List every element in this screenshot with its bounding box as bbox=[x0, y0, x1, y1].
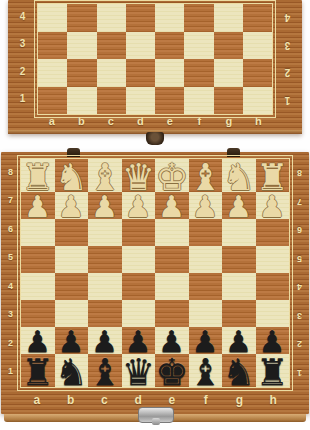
rank-label: 1 bbox=[273, 86, 302, 114]
lid-square[interactable] bbox=[243, 87, 272, 115]
board-square[interactable] bbox=[256, 300, 290, 327]
file-label: h bbox=[244, 112, 274, 130]
board-square[interactable] bbox=[122, 300, 156, 327]
lid-square[interactable] bbox=[155, 4, 184, 32]
board-square[interactable]: ♟ bbox=[222, 192, 256, 219]
rank-label: 1 bbox=[290, 358, 309, 387]
lid-square[interactable] bbox=[38, 87, 67, 115]
board-square[interactable] bbox=[55, 300, 89, 327]
board-square[interactable]: ♚ bbox=[155, 159, 189, 192]
lid-rank-labels-left: 4321 bbox=[8, 3, 37, 113]
file-label: d bbox=[126, 112, 156, 130]
lid-square[interactable] bbox=[184, 87, 213, 115]
file-label: a bbox=[37, 112, 67, 130]
file-label: f bbox=[185, 112, 215, 130]
lid-square[interactable] bbox=[126, 4, 155, 32]
board-square[interactable] bbox=[189, 246, 223, 273]
lid-square[interactable] bbox=[97, 4, 126, 32]
board-square[interactable]: ♜ bbox=[256, 354, 290, 387]
rank-label: 4 bbox=[273, 3, 302, 31]
board-square[interactable] bbox=[256, 246, 290, 273]
board-square[interactable] bbox=[21, 300, 55, 327]
rank-label: 6 bbox=[290, 215, 309, 244]
rank-label: 6 bbox=[1, 215, 20, 244]
white-pawn[interactable]: ♟ bbox=[24, 192, 51, 222]
closed-board-lid: 4321 4321 abcdefgh bbox=[8, 0, 302, 134]
lid-square[interactable] bbox=[184, 59, 213, 87]
board-square[interactable]: ♞ bbox=[55, 354, 89, 387]
white-pawn[interactable]: ♟ bbox=[58, 192, 85, 222]
board-square[interactable]: ♛ bbox=[122, 159, 156, 192]
lid-square[interactable] bbox=[97, 87, 126, 115]
board-square[interactable]: ♟ bbox=[189, 327, 223, 354]
black-bishop[interactable]: ♝ bbox=[88, 354, 121, 391]
board-square[interactable]: ♝ bbox=[88, 159, 122, 192]
board-rank-labels-right: 87654321 bbox=[290, 158, 309, 386]
board-square[interactable] bbox=[55, 246, 89, 273]
board-square[interactable] bbox=[256, 273, 290, 300]
file-label: e bbox=[155, 112, 185, 130]
rank-label: 3 bbox=[273, 31, 302, 59]
board-square[interactable]: ♞ bbox=[55, 159, 89, 192]
lid-square[interactable] bbox=[214, 59, 243, 87]
white-pawn[interactable]: ♟ bbox=[125, 192, 152, 222]
lid-square[interactable] bbox=[38, 59, 67, 87]
board-square[interactable]: ♜ bbox=[21, 159, 55, 192]
black-knight[interactable]: ♞ bbox=[55, 354, 88, 391]
board-square[interactable]: ♟ bbox=[55, 192, 89, 219]
metal-latch-icon bbox=[138, 407, 174, 423]
lid-square[interactable] bbox=[67, 4, 96, 32]
lid-square[interactable] bbox=[126, 32, 155, 60]
rank-label: 4 bbox=[290, 272, 309, 301]
board-square[interactable] bbox=[88, 300, 122, 327]
board-rank-labels-left: 87654321 bbox=[1, 158, 20, 386]
rank-label: 7 bbox=[290, 187, 309, 216]
board-square[interactable]: ♜ bbox=[256, 159, 290, 192]
lid-square[interactable] bbox=[243, 59, 272, 87]
chess-set-product-photo: 4321 4321 abcdefgh 87654321 ♜♞♝♛♚♝♞♜♟♟♟♟… bbox=[0, 0, 310, 430]
lid-square[interactable] bbox=[97, 59, 126, 87]
board-square[interactable]: ♞ bbox=[222, 354, 256, 387]
open-chess-board: 87654321 ♜♞♝♛♚♝♞♜♟♟♟♟♟♟♟♟♟♟♟♟♟♟♟♟♜♞♝♛♚♝♞… bbox=[1, 152, 309, 414]
board-square[interactable]: ♟ bbox=[122, 192, 156, 219]
lid-square[interactable] bbox=[67, 87, 96, 115]
board-square[interactable] bbox=[122, 273, 156, 300]
rank-label: 1 bbox=[8, 86, 37, 114]
board-square[interactable]: ♝ bbox=[189, 159, 223, 192]
white-pawn[interactable]: ♟ bbox=[259, 192, 286, 222]
lid-square[interactable] bbox=[243, 4, 272, 32]
rank-label: 5 bbox=[290, 244, 309, 273]
board-square[interactable] bbox=[155, 300, 189, 327]
lid-square[interactable] bbox=[214, 32, 243, 60]
white-pawn[interactable]: ♟ bbox=[91, 192, 118, 222]
board-square[interactable]: ♟ bbox=[122, 327, 156, 354]
board-square[interactable] bbox=[55, 273, 89, 300]
lid-square[interactable] bbox=[38, 32, 67, 60]
board-square[interactable] bbox=[155, 246, 189, 273]
board-square[interactable]: ♞ bbox=[222, 159, 256, 192]
rank-label: 2 bbox=[290, 329, 309, 358]
black-queen[interactable]: ♛ bbox=[122, 354, 155, 391]
white-pawn[interactable]: ♟ bbox=[158, 192, 185, 222]
board-square[interactable] bbox=[222, 300, 256, 327]
white-pawn[interactable]: ♟ bbox=[225, 192, 252, 222]
board-square[interactable] bbox=[222, 246, 256, 273]
lid-square[interactable] bbox=[155, 32, 184, 60]
black-rook[interactable]: ♜ bbox=[21, 354, 54, 391]
black-knight[interactable]: ♞ bbox=[222, 354, 255, 391]
board-square[interactable] bbox=[189, 273, 223, 300]
board-square[interactable]: ♚ bbox=[155, 354, 189, 387]
black-rook[interactable]: ♜ bbox=[256, 354, 289, 391]
rank-label: 4 bbox=[8, 3, 37, 31]
rank-label: 7 bbox=[1, 187, 20, 216]
rank-label: 8 bbox=[290, 158, 309, 187]
file-label: c bbox=[96, 112, 126, 130]
board-square[interactable]: ♟ bbox=[55, 327, 89, 354]
lid-square[interactable] bbox=[184, 4, 213, 32]
rank-label: 2 bbox=[1, 329, 20, 358]
file-label: b bbox=[67, 112, 97, 130]
board-square[interactable] bbox=[88, 246, 122, 273]
black-king[interactable]: ♚ bbox=[155, 354, 188, 391]
rank-label: 2 bbox=[273, 58, 302, 86]
board-square[interactable]: ♟ bbox=[189, 192, 223, 219]
board-square[interactable]: ♟ bbox=[155, 327, 189, 354]
board-square[interactable] bbox=[122, 246, 156, 273]
board-square[interactable] bbox=[155, 273, 189, 300]
lid-square[interactable] bbox=[126, 87, 155, 115]
lid-square[interactable] bbox=[243, 32, 272, 60]
lid-board-grid bbox=[37, 3, 273, 115]
board-square[interactable] bbox=[222, 273, 256, 300]
lid-square[interactable] bbox=[67, 32, 96, 60]
chess-board-grid: ♜♞♝♛♚♝♞♜♟♟♟♟♟♟♟♟♟♟♟♟♟♟♟♟♜♞♝♛♚♝♞♜ bbox=[20, 158, 290, 388]
board-square[interactable]: ♟ bbox=[256, 192, 290, 219]
black-bishop[interactable]: ♝ bbox=[189, 354, 222, 391]
lid-square[interactable] bbox=[184, 32, 213, 60]
board-square[interactable] bbox=[88, 273, 122, 300]
rank-label: 4 bbox=[1, 272, 20, 301]
board-square[interactable]: ♛ bbox=[122, 354, 156, 387]
rank-label: 3 bbox=[8, 31, 37, 59]
rank-label: 2 bbox=[8, 58, 37, 86]
board-square[interactable]: ♜ bbox=[21, 354, 55, 387]
lid-square[interactable] bbox=[97, 32, 126, 60]
lid-square[interactable] bbox=[155, 59, 184, 87]
board-square[interactable]: ♟ bbox=[155, 192, 189, 219]
board-square[interactable]: ♝ bbox=[88, 354, 122, 387]
board-square[interactable]: ♟ bbox=[88, 327, 122, 354]
fold-clasp-hook-icon bbox=[146, 132, 164, 145]
board-square[interactable]: ♟ bbox=[222, 327, 256, 354]
lid-rank-labels-right: 4321 bbox=[273, 3, 302, 113]
rank-label: 3 bbox=[1, 301, 20, 330]
lid-square[interactable] bbox=[126, 59, 155, 87]
lid-square[interactable] bbox=[155, 87, 184, 115]
lid-square[interactable] bbox=[214, 4, 243, 32]
lid-square[interactable] bbox=[214, 87, 243, 115]
board-square[interactable]: ♟ bbox=[21, 327, 55, 354]
board-square[interactable]: ♟ bbox=[256, 327, 290, 354]
rank-label: 3 bbox=[290, 301, 309, 330]
board-square[interactable]: ♝ bbox=[189, 354, 223, 387]
board-square[interactable]: ♟ bbox=[88, 192, 122, 219]
lid-square[interactable] bbox=[38, 4, 67, 32]
rank-label: 5 bbox=[1, 244, 20, 273]
white-pawn[interactable]: ♟ bbox=[192, 192, 219, 222]
lid-square[interactable] bbox=[67, 59, 96, 87]
rank-label: 1 bbox=[1, 358, 20, 387]
rank-label: 8 bbox=[1, 158, 20, 187]
file-label: g bbox=[214, 112, 244, 130]
board-square[interactable] bbox=[189, 300, 223, 327]
board-square[interactable] bbox=[21, 273, 55, 300]
board-square[interactable]: ♟ bbox=[21, 192, 55, 219]
board-square[interactable] bbox=[21, 246, 55, 273]
lid-file-labels: abcdefgh bbox=[37, 112, 273, 130]
